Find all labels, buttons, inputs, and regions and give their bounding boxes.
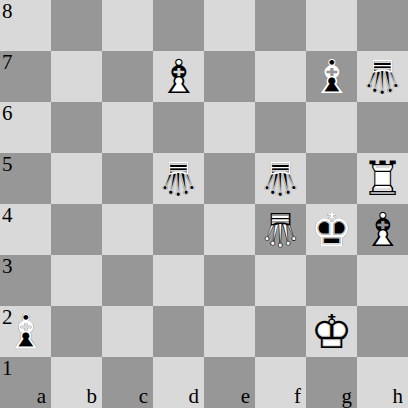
square-a1[interactable]: 1a (0, 357, 51, 408)
square-h3[interactable] (357, 255, 408, 306)
square-f3[interactable] (255, 255, 306, 306)
square-c1[interactable]: c (102, 357, 153, 408)
square-h5[interactable]: ♜♖ (357, 153, 408, 204)
square-h2[interactable] (357, 306, 408, 357)
square-d3[interactable] (153, 255, 204, 306)
square-h7[interactable]: ♛♕ (357, 51, 408, 102)
rank-label-7: 7 (2, 52, 13, 73)
square-f6[interactable] (255, 102, 306, 153)
square-g4[interactable]: ♚♔ (306, 204, 357, 255)
square-g7[interactable]: ♝♗ (306, 51, 357, 102)
white-king[interactable]: ♚♔ (306, 306, 357, 357)
file-label-b: b (87, 386, 98, 407)
rank-label-6: 6 (2, 103, 13, 124)
square-g1[interactable]: g (306, 357, 357, 408)
square-b4[interactable] (51, 204, 102, 255)
file-label-e: e (241, 386, 250, 407)
square-g5[interactable] (306, 153, 357, 204)
square-f5[interactable]: ♛♕ (255, 153, 306, 204)
rank-label-1: 1 (2, 358, 13, 379)
square-a7[interactable]: 7 (0, 51, 51, 102)
square-e7[interactable] (204, 51, 255, 102)
piece-outline-glyph: ♗ (357, 204, 408, 255)
file-label-f: f (294, 386, 301, 407)
square-d5[interactable]: ♛♕ (153, 153, 204, 204)
square-d7[interactable]: ♝♗ (153, 51, 204, 102)
file-label-c: c (139, 386, 148, 407)
piece-outline-glyph: ♕ (255, 204, 306, 255)
square-c3[interactable] (102, 255, 153, 306)
piece-outline-glyph: ♗ (0, 306, 51, 357)
square-a2[interactable]: 2♝♗ (0, 306, 51, 357)
square-h6[interactable] (357, 102, 408, 153)
square-e3[interactable] (204, 255, 255, 306)
square-a3[interactable]: 3 (0, 255, 51, 306)
square-c6[interactable] (102, 102, 153, 153)
rank-label-8: 8 (2, 1, 13, 22)
piece-outline-glyph: ♖ (357, 153, 408, 204)
chess-board: 87♝♗♝♗♛♕65♛♕♛♕♜♖4♛♕♚♔♝♗32♝♗♚♔1abcdefgh (0, 0, 408, 408)
piece-outline-glyph: ♔ (306, 306, 357, 357)
square-a4[interactable]: 4 (0, 204, 51, 255)
square-a5[interactable]: 5 (0, 153, 51, 204)
black-bishop[interactable]: ♝♗ (0, 306, 51, 357)
piece-outline-glyph: ♕ (153, 153, 204, 204)
file-label-a: a (37, 386, 46, 407)
white-grasshopper[interactable]: ♛♕ (255, 204, 306, 255)
black-grasshopper[interactable]: ♛♕ (357, 51, 408, 102)
square-d1[interactable]: d (153, 357, 204, 408)
white-bishop[interactable]: ♝♗ (357, 204, 408, 255)
square-b1[interactable]: b (51, 357, 102, 408)
square-b2[interactable] (51, 306, 102, 357)
square-c5[interactable] (102, 153, 153, 204)
black-king[interactable]: ♚♔ (306, 204, 357, 255)
square-g2[interactable]: ♚♔ (306, 306, 357, 357)
square-b8[interactable] (51, 0, 102, 51)
square-b3[interactable] (51, 255, 102, 306)
square-d2[interactable] (153, 306, 204, 357)
square-g6[interactable] (306, 102, 357, 153)
black-bishop[interactable]: ♝♗ (306, 51, 357, 102)
white-rook[interactable]: ♜♖ (357, 153, 408, 204)
square-c8[interactable] (102, 0, 153, 51)
rank-label-4: 4 (2, 205, 13, 226)
square-a6[interactable]: 6 (0, 102, 51, 153)
white-bishop[interactable]: ♝♗ (153, 51, 204, 102)
square-g8[interactable] (306, 0, 357, 51)
square-f7[interactable] (255, 51, 306, 102)
square-f1[interactable]: f (255, 357, 306, 408)
rank-label-5: 5 (2, 154, 13, 175)
square-f2[interactable] (255, 306, 306, 357)
file-label-h: h (393, 386, 404, 407)
square-h1[interactable]: h (357, 357, 408, 408)
square-b5[interactable] (51, 153, 102, 204)
square-b7[interactable] (51, 51, 102, 102)
piece-outline-glyph: ♕ (255, 153, 306, 204)
square-c7[interactable] (102, 51, 153, 102)
square-f8[interactable] (255, 0, 306, 51)
square-a8[interactable]: 8 (0, 0, 51, 51)
square-e4[interactable] (204, 204, 255, 255)
square-h8[interactable] (357, 0, 408, 51)
piece-outline-glyph: ♗ (306, 51, 357, 102)
square-f4[interactable]: ♛♕ (255, 204, 306, 255)
square-h4[interactable]: ♝♗ (357, 204, 408, 255)
rank-label-3: 3 (2, 256, 13, 277)
black-grasshopper[interactable]: ♛♕ (153, 153, 204, 204)
piece-outline-glyph: ♕ (357, 51, 408, 102)
square-c4[interactable] (102, 204, 153, 255)
square-d8[interactable] (153, 0, 204, 51)
square-g3[interactable] (306, 255, 357, 306)
square-e8[interactable] (204, 0, 255, 51)
square-d6[interactable] (153, 102, 204, 153)
square-b6[interactable] (51, 102, 102, 153)
piece-outline-glyph: ♔ (306, 204, 357, 255)
black-grasshopper[interactable]: ♛♕ (255, 153, 306, 204)
file-label-d: d (189, 386, 200, 407)
file-label-g: g (342, 386, 353, 407)
square-e5[interactable] (204, 153, 255, 204)
square-e6[interactable] (204, 102, 255, 153)
piece-outline-glyph: ♗ (153, 51, 204, 102)
square-d4[interactable] (153, 204, 204, 255)
square-e2[interactable] (204, 306, 255, 357)
square-e1[interactable]: e (204, 357, 255, 408)
square-c2[interactable] (102, 306, 153, 357)
